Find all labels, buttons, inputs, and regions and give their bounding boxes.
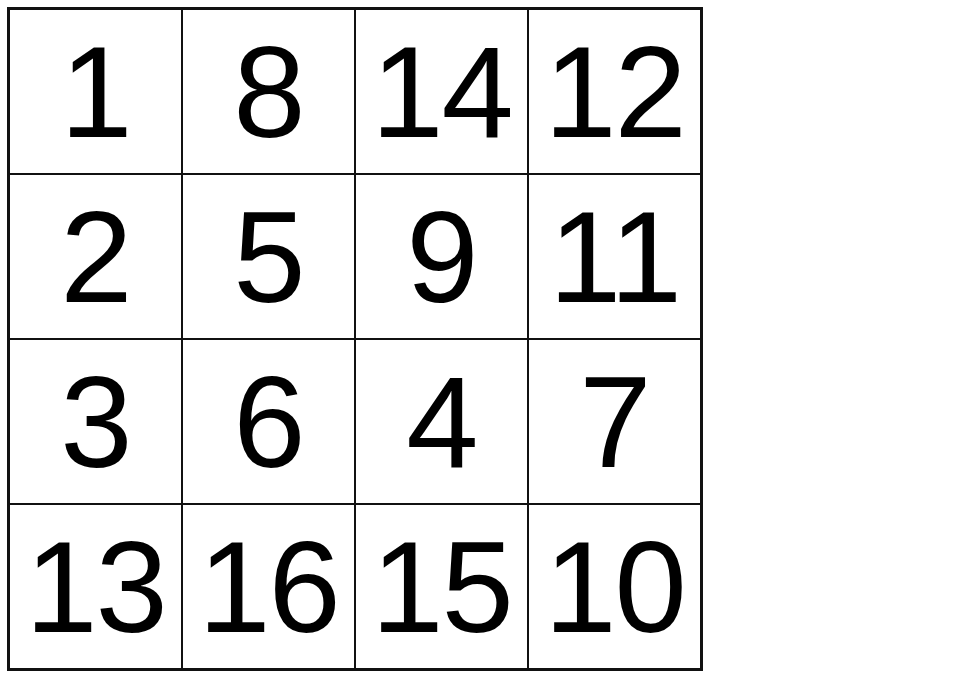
cell-r0c3[interactable]: 12 <box>529 10 700 173</box>
cell-r2c2[interactable]: 4 <box>356 340 527 503</box>
cell-r3c1[interactable]: 16 <box>183 505 354 668</box>
page-background: 1 8 14 12 2 5 9 11 3 6 4 7 13 16 15 10 <box>0 0 960 686</box>
cell-r2c3[interactable]: 7 <box>529 340 700 503</box>
cell-r1c0[interactable]: 2 <box>10 175 181 338</box>
cell-r0c1[interactable]: 8 <box>183 10 354 173</box>
cell-r3c0[interactable]: 13 <box>10 505 181 668</box>
puzzle-board: 1 8 14 12 2 5 9 11 3 6 4 7 13 16 15 10 <box>7 7 703 671</box>
cell-r1c3[interactable]: 11 <box>529 175 700 338</box>
cell-r2c1[interactable]: 6 <box>183 340 354 503</box>
cell-r3c3[interactable]: 10 <box>529 505 700 668</box>
cell-r2c0[interactable]: 3 <box>10 340 181 503</box>
cell-r0c2[interactable]: 14 <box>356 10 527 173</box>
cell-r1c1[interactable]: 5 <box>183 175 354 338</box>
cell-r0c0[interactable]: 1 <box>10 10 181 173</box>
cell-r3c2[interactable]: 15 <box>356 505 527 668</box>
cell-r1c2[interactable]: 9 <box>356 175 527 338</box>
